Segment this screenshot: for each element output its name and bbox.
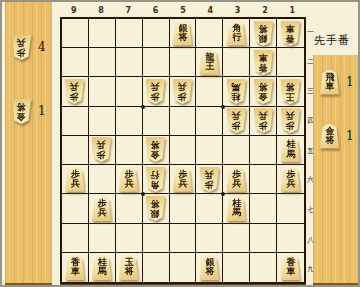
piece-face: 香車 <box>280 21 301 46</box>
piece-kanji: 将 <box>205 267 213 277</box>
piece-kanji: 馬 <box>287 150 295 160</box>
board-cell-4一[interactable] <box>196 19 223 48</box>
board-cell-2四[interactable]: 歩兵 <box>250 107 277 136</box>
board-cell-8八[interactable] <box>89 224 116 253</box>
piece-kanji: 歩 <box>205 179 213 189</box>
file-label-5: 5 <box>169 6 196 15</box>
piece-kanji: 兵 <box>232 179 240 189</box>
board-cell-3三[interactable]: 桂馬 <box>223 77 250 106</box>
board-cell-4九[interactable]: 銀将 <box>196 253 223 282</box>
piece-kanji: 歩 <box>98 150 106 160</box>
piece-kanji: 兵 <box>71 82 79 92</box>
board-cell-1三[interactable]: 王将 <box>277 77 304 106</box>
piece-kanji: 銀 <box>259 33 267 43</box>
board-cell-7五[interactable] <box>116 136 143 165</box>
piece-face: 金将 <box>145 137 166 162</box>
board-cell-5四[interactable] <box>170 107 197 136</box>
board-cell-3九[interactable] <box>223 253 250 282</box>
board-cell-7九[interactable]: 玉将 <box>116 253 143 282</box>
board-cell-9一[interactable] <box>62 19 89 48</box>
piece-kanji: 兵 <box>98 140 106 150</box>
piece-kanji: 将 <box>178 33 186 43</box>
board-cell-8七[interactable]: 歩兵 <box>89 194 116 223</box>
shogi-piece-王将-gote[interactable]: 王将 <box>280 79 301 104</box>
shogi-piece-角行-sente[interactable]: 角行 <box>226 21 247 46</box>
board-cell-6三[interactable]: 歩兵 <box>143 77 170 106</box>
piece-face: 歩兵 <box>280 108 301 133</box>
piece-kanji: 兵 <box>287 179 295 189</box>
piece-face: 銀将 <box>253 21 274 46</box>
piece-kanji: 金 <box>152 150 160 160</box>
board-cell-6六[interactable]: 角行 <box>143 165 170 194</box>
piece-kanji: 桂 <box>232 92 240 102</box>
piece-face: 桂馬 <box>226 79 247 104</box>
board-cell-9五[interactable] <box>62 136 89 165</box>
shogi-piece-銀将-gote[interactable]: 銀将 <box>253 21 274 46</box>
hand-count: 4 <box>38 40 46 54</box>
piece-kanji: 車 <box>287 267 295 277</box>
piece-face: 歩兵 <box>145 79 166 104</box>
piece-kanji: 銀 <box>152 208 160 218</box>
piece-kanji: 兵 <box>125 179 133 189</box>
board-cell-8六[interactable] <box>89 165 116 194</box>
piece-face: 銀将 <box>172 21 193 46</box>
shogi-piece-歩兵-gote[interactable]: 歩兵 <box>145 79 166 104</box>
board-cell-8九[interactable]: 桂馬 <box>89 253 116 282</box>
shogi-piece-歩兵-gote[interactable]: 歩兵 <box>11 35 32 60</box>
piece-kanji: 歩 <box>152 92 160 102</box>
shogi-piece-歩兵-gote[interactable]: 歩兵 <box>64 79 85 104</box>
board-cell-4五[interactable] <box>196 136 223 165</box>
board-cell-7七[interactable] <box>116 194 143 223</box>
board-cell-7六[interactable]: 歩兵 <box>116 165 143 194</box>
board-cell-1九[interactable]: 香車 <box>277 253 304 282</box>
board-cell-1一[interactable]: 香車 <box>277 19 304 48</box>
hand-slot: 金将1 <box>11 98 49 124</box>
piece-kanji: 歩 <box>71 92 79 102</box>
board-cell-3四[interactable]: 歩兵 <box>223 107 250 136</box>
shogi-piece-歩兵-sente[interactable]: 歩兵 <box>118 167 139 192</box>
board-cell-4四[interactable] <box>196 107 223 136</box>
piece-kanji: 王 <box>205 62 213 72</box>
piece-kanji: 兵 <box>287 111 295 121</box>
piece-kanji: 兵 <box>18 38 26 48</box>
piece-kanji: 将 <box>125 267 133 277</box>
shogi-piece-金将-gote[interactable]: 金将 <box>11 99 32 124</box>
board-cell-1二[interactable] <box>277 48 304 77</box>
board-cell-4二[interactable]: 龍王 <box>196 48 223 77</box>
piece-kanji: 馬 <box>232 82 240 92</box>
shogi-piece-歩兵-sente[interactable]: 歩兵 <box>91 196 112 221</box>
board-cell-2二[interactable]: 香車 <box>250 48 277 77</box>
board-cell-2六[interactable] <box>250 165 277 194</box>
board-cell-9六[interactable]: 歩兵 <box>62 165 89 194</box>
shogi-piece-龍王-sente[interactable]: 龍王 <box>199 50 220 75</box>
turn-indicator: 先手番 <box>314 33 350 48</box>
shogi-piece-歩兵-gote[interactable]: 歩兵 <box>253 108 274 133</box>
file-label-1: 1 <box>279 6 306 15</box>
board-cell-1五[interactable]: 桂馬 <box>277 136 304 165</box>
piece-face: 角行 <box>145 167 166 192</box>
piece-kanji: 将 <box>287 82 295 92</box>
board-cell-7四[interactable] <box>116 107 143 136</box>
shogi-piece-香車-sente[interactable]: 香車 <box>64 255 85 280</box>
board-cell-2八[interactable] <box>250 224 277 253</box>
board-cell-3八[interactable] <box>223 224 250 253</box>
board-cell-9八[interactable] <box>62 224 89 253</box>
shogi-app-window: 歩兵4金将1 987654321 銀将角行銀将香車龍王香車歩兵歩兵歩兵桂馬金将王… <box>0 0 360 287</box>
board-cell-2五[interactable] <box>250 136 277 165</box>
piece-face: 歩兵 <box>118 167 139 192</box>
board-cell-6九[interactable] <box>143 253 170 282</box>
board-cell-1六[interactable]: 歩兵 <box>277 165 304 194</box>
board-cell-3七[interactable]: 桂馬 <box>223 194 250 223</box>
file-labels: 987654321 <box>60 6 306 15</box>
board-cell-9四[interactable] <box>62 107 89 136</box>
board-cell-6五[interactable]: 金将 <box>143 136 170 165</box>
shogi-piece-歩兵-gote[interactable]: 歩兵 <box>172 79 193 104</box>
board-cell-7二[interactable] <box>116 48 143 77</box>
hand-slot: 飛車1 <box>319 69 357 95</box>
file-label-3: 3 <box>224 6 251 15</box>
rank-label: 一 <box>307 17 314 47</box>
piece-kanji: 兵 <box>98 208 106 218</box>
piece-kanji: 兵 <box>259 111 267 121</box>
shogi-piece-歩兵-sente[interactable]: 歩兵 <box>64 167 85 192</box>
board-cell-9九[interactable]: 香車 <box>62 253 89 282</box>
shogi-piece-角行-gote[interactable]: 角行 <box>145 167 166 192</box>
board-cell-2七[interactable] <box>250 194 277 223</box>
hand-count: 1 <box>38 104 46 118</box>
shogi-piece-銀将-sente[interactable]: 銀将 <box>199 255 220 280</box>
shogi-piece-飛車-sente[interactable]: 飛車 <box>319 70 340 95</box>
sente-captured-stand: 飛車1金将1 <box>313 55 358 283</box>
board-cell-1七[interactable] <box>277 194 304 223</box>
piece-face: 桂馬 <box>91 255 112 280</box>
board-cell-6七[interactable]: 銀将 <box>143 194 170 223</box>
piece-kanji: 将 <box>259 82 267 92</box>
board-cell-2九[interactable] <box>250 253 277 282</box>
piece-kanji: 歩 <box>287 121 295 131</box>
piece-kanji: 馬 <box>232 208 240 218</box>
piece-face: 歩兵 <box>11 35 32 60</box>
board-cell-6一[interactable] <box>143 19 170 48</box>
piece-kanji: 将 <box>18 102 26 112</box>
piece-face: 歩兵 <box>226 167 247 192</box>
piece-face: 歩兵 <box>64 79 85 104</box>
shogi-piece-歩兵-gote[interactable]: 歩兵 <box>199 167 220 192</box>
shogi-piece-歩兵-sente[interactable]: 歩兵 <box>172 167 193 192</box>
shogi-piece-歩兵-sente[interactable]: 歩兵 <box>280 167 301 192</box>
piece-kanji: 兵 <box>71 179 79 189</box>
board-cell-8二[interactable] <box>89 48 116 77</box>
file-label-4: 4 <box>197 6 224 15</box>
piece-face: 飛車 <box>319 70 340 95</box>
board-cell-9七[interactable] <box>62 194 89 223</box>
hand-slot: 歩兵4 <box>11 34 49 60</box>
board-cell-5六[interactable]: 歩兵 <box>170 165 197 194</box>
piece-face: 桂馬 <box>226 196 247 221</box>
piece-kanji: 行 <box>232 33 240 43</box>
piece-face: 金将 <box>319 124 340 149</box>
shogi-board: 銀将角行銀将香車龍王香車歩兵歩兵歩兵桂馬金将王将歩兵歩兵歩兵歩兵金将桂馬歩兵歩兵… <box>60 17 306 284</box>
shogi-piece-桂馬-sente[interactable]: 桂馬 <box>226 196 247 221</box>
board-cell-5二[interactable] <box>170 48 197 77</box>
shogi-piece-桂馬-sente[interactable]: 桂馬 <box>280 137 301 162</box>
board-cell-2三[interactable]: 金将 <box>250 77 277 106</box>
shogi-piece-歩兵-gote[interactable]: 歩兵 <box>91 137 112 162</box>
file-label-9: 9 <box>60 6 87 15</box>
file-label-6: 6 <box>142 6 169 15</box>
piece-kanji: 将 <box>152 199 160 209</box>
piece-face: 香車 <box>280 255 301 280</box>
piece-face: 桂馬 <box>280 137 301 162</box>
piece-kanji: 角 <box>152 179 160 189</box>
shogi-piece-金将-sente[interactable]: 金将 <box>319 124 340 149</box>
shogi-piece-銀将-sente[interactable]: 銀将 <box>172 21 193 46</box>
piece-face: 歩兵 <box>253 108 274 133</box>
board-cell-3五[interactable] <box>223 136 250 165</box>
piece-kanji: 歩 <box>178 92 186 102</box>
shogi-piece-銀将-gote[interactable]: 銀将 <box>145 196 166 221</box>
piece-face: 金将 <box>253 79 274 104</box>
shogi-piece-歩兵-gote[interactable]: 歩兵 <box>280 108 301 133</box>
piece-kanji: 兵 <box>178 82 186 92</box>
piece-kanji: 香 <box>259 62 267 72</box>
board-cell-6四[interactable] <box>143 107 170 136</box>
piece-kanji: 将 <box>259 24 267 34</box>
board-cell-8五[interactable]: 歩兵 <box>89 136 116 165</box>
board-cell-1四[interactable]: 歩兵 <box>277 107 304 136</box>
piece-kanji: 歩 <box>259 121 267 131</box>
board-cell-8四[interactable] <box>89 107 116 136</box>
board-cell-9三[interactable]: 歩兵 <box>62 77 89 106</box>
board-cell-5七[interactable] <box>170 194 197 223</box>
piece-face: 王将 <box>280 79 301 104</box>
piece-face: 歩兵 <box>64 167 85 192</box>
piece-face: 銀将 <box>199 255 220 280</box>
board-cell-7八[interactable] <box>116 224 143 253</box>
board-cell-9二[interactable] <box>62 48 89 77</box>
board-cell-8一[interactable] <box>89 19 116 48</box>
shogi-piece-金将-gote[interactable]: 金将 <box>253 79 274 104</box>
hand-count: 1 <box>346 129 354 143</box>
piece-face: 歩兵 <box>280 167 301 192</box>
hoshi-dot <box>141 105 145 109</box>
shogi-piece-桂馬-gote[interactable]: 桂馬 <box>226 79 247 104</box>
piece-face: 歩兵 <box>226 108 247 133</box>
piece-kanji: 兵 <box>178 179 186 189</box>
board-cell-6八[interactable] <box>143 224 170 253</box>
piece-kanji: 歩 <box>18 47 26 57</box>
board-cell-5八[interactable] <box>170 224 197 253</box>
piece-face: 角行 <box>226 21 247 46</box>
piece-kanji: 将 <box>152 140 160 150</box>
file-label-2: 2 <box>251 6 278 15</box>
piece-kanji: 香 <box>287 33 295 43</box>
piece-face: 銀将 <box>145 196 166 221</box>
board-cell-7一[interactable] <box>116 19 143 48</box>
piece-kanji: 金 <box>259 92 267 102</box>
piece-kanji: 馬 <box>98 267 106 277</box>
piece-kanji: 行 <box>152 170 160 180</box>
shogi-piece-桂馬-sente[interactable]: 桂馬 <box>91 255 112 280</box>
piece-kanji: 車 <box>326 82 334 92</box>
hand-count: 1 <box>346 75 354 89</box>
piece-face: 香車 <box>253 50 274 75</box>
shogi-piece-香車-gote[interactable]: 香車 <box>253 50 274 75</box>
piece-face: 歩兵 <box>91 196 112 221</box>
piece-face: 歩兵 <box>91 137 112 162</box>
board-cell-4六[interactable]: 歩兵 <box>196 165 223 194</box>
piece-kanji: 将 <box>326 136 334 146</box>
piece-kanji: 金 <box>18 111 26 121</box>
file-label-8: 8 <box>87 6 114 15</box>
piece-kanji: 兵 <box>152 82 160 92</box>
board-cell-4七[interactable] <box>196 194 223 223</box>
shogi-piece-香車-gote[interactable]: 香車 <box>280 21 301 46</box>
piece-kanji: 兵 <box>205 170 213 180</box>
board-cell-3六[interactable]: 歩兵 <box>223 165 250 194</box>
piece-face: 香車 <box>64 255 85 280</box>
board-cell-1八[interactable] <box>277 224 304 253</box>
shogi-piece-金将-gote[interactable]: 金将 <box>145 137 166 162</box>
piece-kanji: 車 <box>71 267 79 277</box>
shogi-piece-玉将-sente[interactable]: 玉将 <box>118 255 139 280</box>
board-cell-7三[interactable] <box>116 77 143 106</box>
piece-kanji: 王 <box>287 92 295 102</box>
file-label-7: 7 <box>115 6 142 15</box>
piece-kanji: 歩 <box>232 121 240 131</box>
board-cell-8三[interactable] <box>89 77 116 106</box>
board-cell-5五[interactable] <box>170 136 197 165</box>
piece-face: 龍王 <box>199 50 220 75</box>
piece-face: 歩兵 <box>172 79 193 104</box>
board-cell-5三[interactable]: 歩兵 <box>170 77 197 106</box>
piece-kanji: 兵 <box>232 111 240 121</box>
board-cell-6二[interactable] <box>143 48 170 77</box>
board-cell-5一[interactable]: 銀将 <box>170 19 197 48</box>
piece-face: 金将 <box>11 99 32 124</box>
hand-slot: 金将1 <box>319 123 357 149</box>
piece-kanji: 車 <box>287 24 295 34</box>
shogi-piece-歩兵-gote[interactable]: 歩兵 <box>226 108 247 133</box>
board-cell-4八[interactable] <box>196 224 223 253</box>
board-cell-4三[interactable] <box>196 77 223 106</box>
piece-face: 玉将 <box>118 255 139 280</box>
board-cell-2一[interactable]: 銀将 <box>250 19 277 48</box>
piece-face: 歩兵 <box>172 167 193 192</box>
shogi-piece-香車-sente[interactable]: 香車 <box>280 255 301 280</box>
board-cell-3二[interactable] <box>223 48 250 77</box>
piece-face: 歩兵 <box>199 167 220 192</box>
board-cell-5九[interactable] <box>170 253 197 282</box>
board-cell-3一[interactable]: 角行 <box>223 19 250 48</box>
gote-captured-stand: 歩兵4金将1 <box>5 2 52 283</box>
piece-kanji: 車 <box>259 53 267 63</box>
shogi-piece-歩兵-sente[interactable]: 歩兵 <box>226 167 247 192</box>
